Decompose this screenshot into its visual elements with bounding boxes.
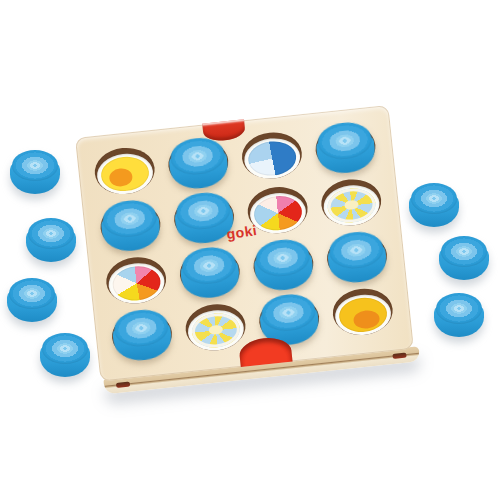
hole-recess: [319, 176, 383, 228]
loose-blue-cap-2[interactable]: [26, 218, 76, 262]
slide-slot-right: [392, 353, 406, 359]
cell-r3c4[interactable]: [317, 225, 396, 287]
picture-disc-disc-gold-dot[interactable]: [337, 295, 388, 334]
cell-r4c4[interactable]: [323, 280, 402, 342]
memory-board: goki: [75, 105, 414, 382]
hole-recess: [240, 129, 304, 181]
cell-r2c1[interactable]: [91, 194, 170, 256]
cap-top-face: [436, 293, 482, 324]
cell-r3c3[interactable]: [244, 233, 323, 295]
product-photo-canvas: goki: [0, 0, 500, 500]
hole-plate: [322, 182, 382, 228]
picture-disc-disc-pinwheel[interactable]: [326, 186, 377, 225]
blue-cap[interactable]: [178, 244, 241, 300]
slide-slot-left: [116, 382, 130, 388]
blue-cap[interactable]: [99, 197, 162, 253]
cap-top-face: [42, 333, 88, 364]
picture-disc-disc-pinwheel[interactable]: [190, 310, 241, 349]
hole-recess: [330, 285, 394, 337]
cap-top-face: [12, 150, 58, 181]
cell-r1c1[interactable]: [85, 139, 164, 201]
hole-recess: [104, 254, 168, 306]
hole-recess: [92, 144, 156, 196]
hole-plate: [107, 260, 167, 306]
blue-cap[interactable]: [252, 237, 315, 293]
loose-blue-cap-4[interactable]: [40, 333, 90, 377]
cell-r1c3[interactable]: [232, 124, 311, 186]
picture-disc-disc-color-wheel-b[interactable]: [111, 263, 162, 302]
cap-top-face: [441, 236, 487, 267]
cap-top-face: [28, 218, 74, 249]
blue-cap[interactable]: [325, 229, 388, 285]
loose-blue-cap-3[interactable]: [7, 278, 57, 322]
hole-plate: [333, 292, 393, 338]
hole-plate: [242, 135, 302, 181]
cell-r1c2[interactable]: [159, 132, 238, 194]
cell-r3c2[interactable]: [170, 241, 249, 303]
blue-cap[interactable]: [167, 135, 230, 191]
board-surface: [75, 105, 414, 382]
loose-blue-cap-1[interactable]: [10, 150, 60, 194]
hole-recess: [183, 301, 247, 353]
hole-plate: [95, 151, 155, 197]
loose-blue-cap-6[interactable]: [439, 236, 489, 280]
cap-top-face: [9, 278, 55, 309]
hole-plate: [186, 307, 246, 353]
picture-disc-disc-yellow-dot[interactable]: [99, 154, 150, 193]
cell-r1c4[interactable]: [306, 116, 385, 178]
loose-blue-cap-7[interactable]: [434, 293, 484, 337]
cell-r2c4[interactable]: [312, 171, 391, 233]
cell-r4c1[interactable]: [102, 303, 181, 365]
blue-cap[interactable]: [110, 307, 173, 363]
loose-blue-cap-5[interactable]: [409, 183, 459, 227]
picture-disc-disc-blue-halves[interactable]: [247, 139, 298, 178]
cap-top-face: [411, 183, 457, 214]
blue-cap[interactable]: [314, 119, 377, 175]
cell-r3c1[interactable]: [96, 249, 175, 311]
